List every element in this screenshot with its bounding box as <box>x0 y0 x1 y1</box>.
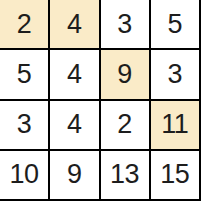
grid-cell[interactable]: 9 <box>50 151 100 201</box>
cell-value: 2 <box>17 11 32 38</box>
cell-value: 9 <box>117 61 132 88</box>
grid-cell[interactable]: 15 <box>151 151 201 201</box>
cell-value: 4 <box>67 11 82 38</box>
cell-value: 5 <box>168 11 183 38</box>
cell-value: 4 <box>67 61 82 88</box>
grid-cell[interactable]: 13 <box>101 151 151 201</box>
cell-value: 9 <box>67 161 82 188</box>
cell-value: 5 <box>17 61 32 88</box>
cell-value: 3 <box>117 11 132 38</box>
grid-cell[interactable]: 3 <box>0 101 50 151</box>
grid-cell[interactable]: 5 <box>0 50 50 100</box>
cell-value: 3 <box>17 111 32 138</box>
grid-cell[interactable]: 2 <box>0 0 50 50</box>
grid-cell[interactable]: 11 <box>151 101 201 151</box>
grid-cell[interactable]: 5 <box>151 0 201 50</box>
cell-value: 10 <box>10 161 39 188</box>
cell-value: 4 <box>67 111 82 138</box>
cell-value: 13 <box>110 161 139 188</box>
cell-value: 11 <box>161 111 188 138</box>
grid-cell[interactable]: 10 <box>0 151 50 201</box>
number-grid: 2 4 3 5 5 4 9 3 3 4 2 11 10 9 13 15 <box>0 0 201 201</box>
grid-cell[interactable]: 2 <box>101 101 151 151</box>
grid-cell[interactable]: 3 <box>151 50 201 100</box>
grid-cell[interactable]: 4 <box>50 0 100 50</box>
cell-value: 3 <box>168 61 183 88</box>
grid-cell[interactable]: 4 <box>50 50 100 100</box>
cell-value: 2 <box>117 111 132 138</box>
cell-value: 15 <box>160 161 189 188</box>
grid-cell[interactable]: 9 <box>101 50 151 100</box>
grid-cell[interactable]: 3 <box>101 0 151 50</box>
grid-cell[interactable]: 4 <box>50 101 100 151</box>
